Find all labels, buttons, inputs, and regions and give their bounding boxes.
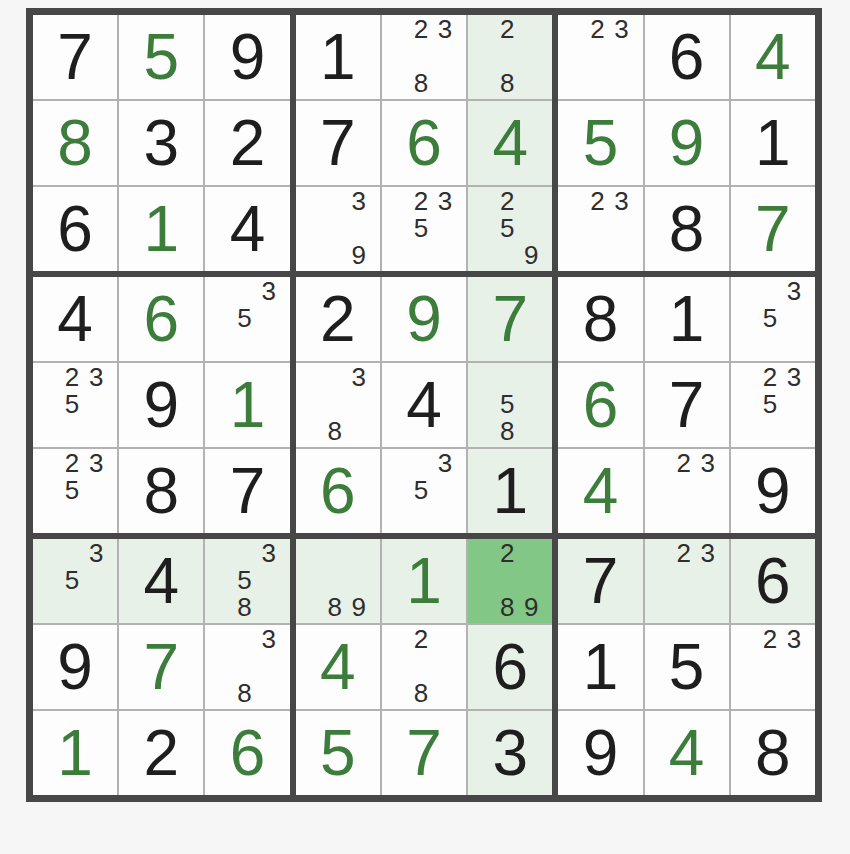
user-digit: 1 — [382, 539, 466, 623]
cell-r1c1[interactable]: 7 — [33, 15, 117, 99]
pencil-mark-3: 3 — [84, 450, 108, 477]
cell-r6c4[interactable]: 6 — [296, 449, 380, 533]
cell-r7c1[interactable]: 35 — [33, 539, 117, 623]
cell-r5c7[interactable]: 6 — [558, 363, 642, 447]
box-3: 23645912387 — [558, 15, 815, 271]
cell-r7c3[interactable]: 358 — [205, 539, 289, 623]
cell-r5c9[interactable]: 235 — [731, 363, 815, 447]
pencil-marks: 23 — [561, 16, 633, 96]
pencil-marks: 35 — [208, 278, 280, 358]
cell-r7c4[interactable]: 89 — [296, 539, 380, 623]
given-digit: 3 — [468, 711, 552, 795]
given-digit: 7 — [296, 101, 380, 185]
cell-r9c2[interactable]: 2 — [119, 711, 203, 795]
cell-r2c6[interactable]: 4 — [468, 101, 552, 185]
cell-r6c9[interactable]: 9 — [731, 449, 815, 533]
pencil-mark-5: 5 — [409, 215, 433, 242]
user-digit: 4 — [731, 15, 815, 99]
pencil-mark-5: 5 — [409, 477, 433, 504]
user-digit: 6 — [382, 101, 466, 185]
pencil-mark-2: 2 — [672, 540, 696, 567]
pencil-mark-8: 8 — [233, 593, 257, 620]
given-digit: 5 — [645, 625, 729, 709]
given-digit: 9 — [731, 449, 815, 533]
pencil-mark-5: 5 — [758, 305, 782, 332]
pencil-marks: 235 — [385, 188, 457, 268]
pencil-mark-3: 3 — [84, 540, 108, 567]
box-9: 72361523948 — [558, 539, 815, 795]
user-digit: 7 — [119, 625, 203, 709]
user-digit: 7 — [382, 711, 466, 795]
box-7: 3543589738126 — [33, 539, 290, 795]
pencil-mark-5: 5 — [495, 215, 519, 242]
pencil-mark-3: 3 — [84, 364, 108, 391]
pencil-mark-8: 8 — [495, 593, 519, 620]
user-digit: 7 — [468, 277, 552, 361]
given-digit: 1 — [731, 101, 815, 185]
cell-r8c1[interactable]: 9 — [33, 625, 117, 709]
cell-r1c6[interactable]: 28 — [468, 15, 552, 99]
pencil-marks: 38 — [208, 626, 280, 706]
user-digit: 1 — [33, 711, 117, 795]
cell-r1c5[interactable]: 238 — [382, 15, 466, 99]
cell-r1c3[interactable]: 9 — [205, 15, 289, 99]
cell-r1c7[interactable]: 23 — [558, 15, 642, 99]
pencil-marks: 23 — [648, 540, 720, 620]
pencil-marks: 23 — [561, 188, 633, 268]
cell-r7c8[interactable]: 23 — [645, 539, 729, 623]
cell-r9c6[interactable]: 3 — [468, 711, 552, 795]
pencil-marks: 289 — [471, 540, 543, 620]
user-digit: 8 — [33, 101, 117, 185]
given-digit: 3 — [119, 101, 203, 185]
pencil-mark-5: 5 — [60, 391, 84, 418]
pencil-marks: 35 — [385, 450, 457, 530]
user-digit: 5 — [296, 711, 380, 795]
pencil-mark-2: 2 — [409, 626, 433, 653]
given-digit: 7 — [645, 363, 729, 447]
pencil-mark-3: 3 — [257, 626, 281, 653]
given-digit: 9 — [33, 625, 117, 709]
box-2: 12382876439235259 — [296, 15, 553, 271]
cell-r6c3[interactable]: 7 — [205, 449, 289, 533]
cell-r8c6[interactable]: 6 — [468, 625, 552, 709]
pencil-mark-3: 3 — [257, 540, 281, 567]
user-digit: 7 — [731, 187, 815, 271]
cell-r5c8[interactable]: 7 — [645, 363, 729, 447]
cell-r4c4[interactable]: 2 — [296, 277, 380, 361]
cell-r4c1[interactable]: 4 — [33, 277, 117, 361]
box-8: 8912894286573 — [296, 539, 553, 795]
cell-r1c4[interactable]: 1 — [296, 15, 380, 99]
pencil-mark-3: 3 — [696, 450, 720, 477]
cell-r4c8[interactable]: 1 — [645, 277, 729, 361]
pencil-marks: 238 — [385, 16, 457, 96]
pencil-mark-3: 3 — [433, 16, 457, 43]
given-digit: 8 — [645, 187, 729, 271]
pencil-mark-5: 5 — [233, 567, 257, 594]
cell-r1c8[interactable]: 6 — [645, 15, 729, 99]
cell-r8c9[interactable]: 23 — [731, 625, 815, 709]
cell-r3c3[interactable]: 4 — [205, 187, 289, 271]
cell-r2c5[interactable]: 6 — [382, 101, 466, 185]
pencil-mark-2: 2 — [495, 16, 519, 43]
box-5: 297384586351 — [296, 277, 553, 533]
pencil-marks: 89 — [299, 540, 371, 620]
pencil-mark-2: 2 — [758, 364, 782, 391]
pencil-mark-2: 2 — [585, 16, 609, 43]
pencil-marks: 23 — [734, 626, 806, 706]
given-digit: 4 — [119, 539, 203, 623]
cell-r4c9[interactable]: 35 — [731, 277, 815, 361]
pencil-mark-3: 3 — [609, 188, 633, 215]
cell-r7c6[interactable]: 289 — [468, 539, 552, 623]
cell-r2c9[interactable]: 1 — [731, 101, 815, 185]
cell-r7c2[interactable]: 4 — [119, 539, 203, 623]
pencil-mark-2: 2 — [60, 450, 84, 477]
pencil-marks: 38 — [299, 364, 371, 444]
cell-r1c9[interactable]: 4 — [731, 15, 815, 99]
pencil-mark-3: 3 — [347, 364, 371, 391]
pencil-marks: 23 — [648, 450, 720, 530]
pencil-marks: 35 — [734, 278, 806, 358]
sudoku-board: 7598326141238287643923525923645912387463… — [26, 8, 822, 802]
cell-r2c4[interactable]: 7 — [296, 101, 380, 185]
pencil-mark-3: 3 — [782, 364, 806, 391]
given-digit: 2 — [296, 277, 380, 361]
given-digit: 7 — [205, 449, 289, 533]
user-digit: 5 — [119, 15, 203, 99]
user-digit: 6 — [296, 449, 380, 533]
cell-r3c6[interactable]: 259 — [468, 187, 552, 271]
given-digit: 7 — [33, 15, 117, 99]
cell-r8c8[interactable]: 5 — [645, 625, 729, 709]
cell-r5c4[interactable]: 38 — [296, 363, 380, 447]
given-digit: 9 — [558, 711, 642, 795]
pencil-mark-8: 8 — [233, 679, 257, 706]
cell-r5c3[interactable]: 1 — [205, 363, 289, 447]
pencil-mark-5: 5 — [60, 567, 84, 594]
user-digit: 5 — [558, 101, 642, 185]
cell-r3c2[interactable]: 1 — [119, 187, 203, 271]
user-digit: 4 — [558, 449, 642, 533]
box-6: 8135672354239 — [558, 277, 815, 533]
cell-r5c1[interactable]: 235 — [33, 363, 117, 447]
pencil-mark-2: 2 — [758, 626, 782, 653]
cell-r8c7[interactable]: 1 — [558, 625, 642, 709]
cell-r6c7[interactable]: 4 — [558, 449, 642, 533]
given-digit: 4 — [33, 277, 117, 361]
cell-r6c5[interactable]: 35 — [382, 449, 466, 533]
cell-r3c7[interactable]: 23 — [558, 187, 642, 271]
user-digit: 6 — [558, 363, 642, 447]
pencil-mark-3: 3 — [609, 16, 633, 43]
cell-r8c3[interactable]: 38 — [205, 625, 289, 709]
cell-r6c2[interactable]: 8 — [119, 449, 203, 533]
cell-r4c3[interactable]: 35 — [205, 277, 289, 361]
cell-r9c8[interactable]: 4 — [645, 711, 729, 795]
pencil-mark-2: 2 — [409, 16, 433, 43]
cell-r3c8[interactable]: 8 — [645, 187, 729, 271]
pencil-marks: 58 — [471, 364, 543, 444]
pencil-mark-8: 8 — [495, 417, 519, 444]
user-digit: 1 — [119, 187, 203, 271]
cell-r1c2[interactable]: 5 — [119, 15, 203, 99]
cell-r6c6[interactable]: 1 — [468, 449, 552, 533]
cell-r4c6[interactable]: 7 — [468, 277, 552, 361]
given-digit: 1 — [468, 449, 552, 533]
cell-r4c7[interactable]: 8 — [558, 277, 642, 361]
cell-r6c1[interactable]: 235 — [33, 449, 117, 533]
pencil-marks: 235 — [36, 450, 108, 530]
given-digit: 4 — [205, 187, 289, 271]
pencil-marks: 358 — [208, 540, 280, 620]
pencil-mark-9: 9 — [347, 593, 371, 620]
cell-r9c4[interactable]: 5 — [296, 711, 380, 795]
pencil-mark-3: 3 — [782, 278, 806, 305]
given-digit: 2 — [205, 101, 289, 185]
pencil-mark-5: 5 — [233, 305, 257, 332]
cell-r9c5[interactable]: 7 — [382, 711, 466, 795]
given-digit: 7 — [558, 539, 642, 623]
given-digit: 8 — [119, 449, 203, 533]
pencil-marks: 28 — [385, 626, 457, 706]
pencil-mark-3: 3 — [782, 626, 806, 653]
cell-r7c9[interactable]: 6 — [731, 539, 815, 623]
pencil-mark-5: 5 — [495, 391, 519, 418]
pencil-mark-2: 2 — [585, 188, 609, 215]
pencil-mark-3: 3 — [347, 188, 371, 215]
pencil-mark-3: 3 — [257, 278, 281, 305]
user-digit: 4 — [296, 625, 380, 709]
cell-r7c7[interactable]: 7 — [558, 539, 642, 623]
pencil-mark-5: 5 — [758, 391, 782, 418]
given-digit: 8 — [731, 711, 815, 795]
pencil-mark-2: 2 — [495, 188, 519, 215]
user-digit: 9 — [382, 277, 466, 361]
given-digit: 1 — [645, 277, 729, 361]
cell-r5c2[interactable]: 9 — [119, 363, 203, 447]
cell-r2c8[interactable]: 9 — [645, 101, 729, 185]
cell-r5c5[interactable]: 4 — [382, 363, 466, 447]
cell-r9c1[interactable]: 1 — [33, 711, 117, 795]
pencil-mark-8: 8 — [323, 593, 347, 620]
user-digit: 4 — [645, 711, 729, 795]
pencil-mark-2: 2 — [409, 188, 433, 215]
cell-r5c6[interactable]: 58 — [468, 363, 552, 447]
cell-r3c4[interactable]: 39 — [296, 187, 380, 271]
pencil-mark-3: 3 — [433, 188, 457, 215]
cell-r2c2[interactable]: 3 — [119, 101, 203, 185]
pencil-mark-8: 8 — [409, 679, 433, 706]
pencil-mark-2: 2 — [495, 540, 519, 567]
pencil-mark-2: 2 — [60, 364, 84, 391]
user-digit: 6 — [119, 277, 203, 361]
pencil-mark-8: 8 — [495, 69, 519, 96]
given-digit: 6 — [468, 625, 552, 709]
cell-r4c2[interactable]: 6 — [119, 277, 203, 361]
pencil-marks: 28 — [471, 16, 543, 96]
pencil-mark-5: 5 — [60, 477, 84, 504]
pencil-marks: 235 — [36, 364, 108, 444]
given-digit: 2 — [119, 711, 203, 795]
pencil-marks: 39 — [299, 188, 371, 268]
cell-r7c5[interactable]: 1 — [382, 539, 466, 623]
cell-r2c1[interactable]: 8 — [33, 101, 117, 185]
cell-r3c5[interactable]: 235 — [382, 187, 466, 271]
user-digit: 4 — [468, 101, 552, 185]
cell-r9c7[interactable]: 9 — [558, 711, 642, 795]
given-digit: 8 — [558, 277, 642, 361]
user-digit: 6 — [205, 711, 289, 795]
cell-r8c5[interactable]: 28 — [382, 625, 466, 709]
pencil-mark-8: 8 — [409, 69, 433, 96]
pencil-mark-9: 9 — [519, 593, 543, 620]
cell-r3c9[interactable]: 7 — [731, 187, 815, 271]
cell-r8c4[interactable]: 4 — [296, 625, 380, 709]
cell-r3c1[interactable]: 6 — [33, 187, 117, 271]
cell-r2c7[interactable]: 5 — [558, 101, 642, 185]
cell-r2c3[interactable]: 2 — [205, 101, 289, 185]
given-digit: 1 — [558, 625, 642, 709]
pencil-mark-3: 3 — [696, 540, 720, 567]
given-digit: 6 — [33, 187, 117, 271]
user-digit: 9 — [645, 101, 729, 185]
given-digit: 6 — [645, 15, 729, 99]
box-4: 46352359123587 — [33, 277, 290, 533]
given-digit: 1 — [296, 15, 380, 99]
given-digit: 9 — [119, 363, 203, 447]
box-1: 759832614 — [33, 15, 290, 271]
pencil-marks: 235 — [734, 364, 806, 444]
pencil-mark-8: 8 — [323, 417, 347, 444]
cell-r6c8[interactable]: 23 — [645, 449, 729, 533]
pencil-marks: 35 — [36, 540, 108, 620]
given-digit: 4 — [382, 363, 466, 447]
pencil-mark-9: 9 — [347, 241, 371, 268]
pencil-mark-9: 9 — [519, 241, 543, 268]
cell-r4c5[interactable]: 9 — [382, 277, 466, 361]
pencil-mark-3: 3 — [433, 450, 457, 477]
user-digit: 1 — [205, 363, 289, 447]
cell-r9c9[interactable]: 8 — [731, 711, 815, 795]
given-digit: 6 — [731, 539, 815, 623]
cell-r9c3[interactable]: 6 — [205, 711, 289, 795]
given-digit: 9 — [205, 15, 289, 99]
pencil-marks: 259 — [471, 188, 543, 268]
pencil-mark-2: 2 — [672, 450, 696, 477]
cell-r8c2[interactable]: 7 — [119, 625, 203, 709]
